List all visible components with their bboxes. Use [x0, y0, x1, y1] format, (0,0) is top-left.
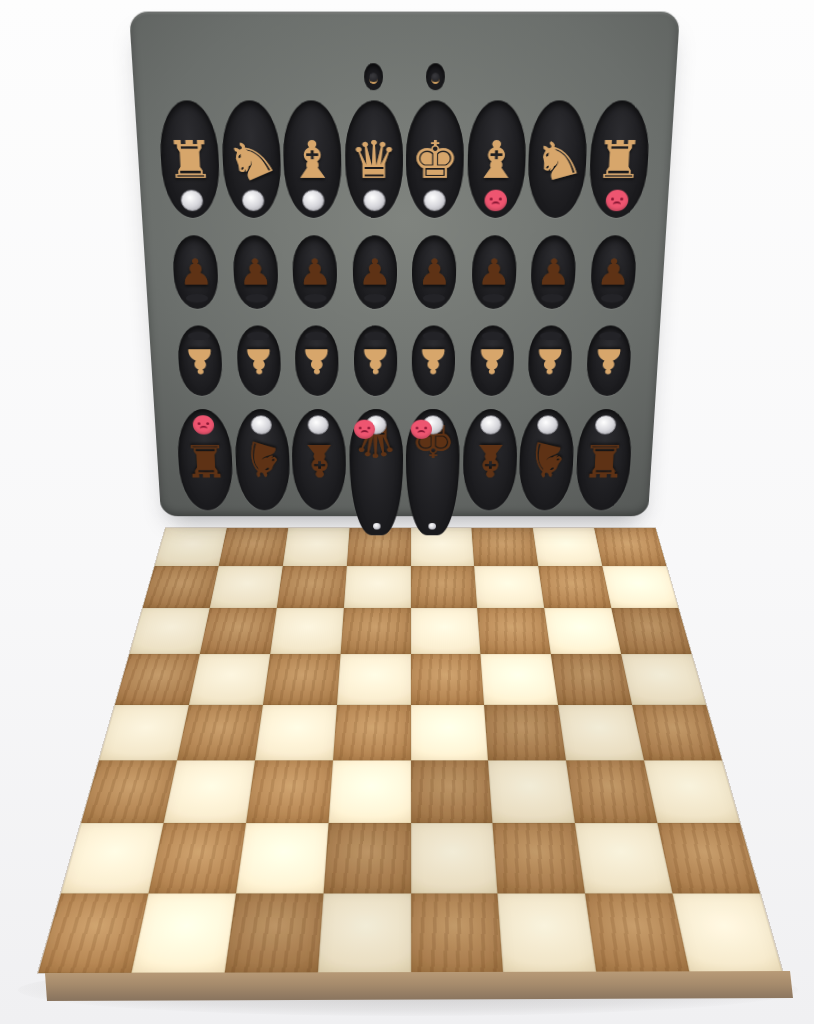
- silver-sticker: [424, 190, 447, 211]
- light-rook-slot: ♜: [588, 100, 652, 218]
- foam-cutout: ♝: [462, 409, 518, 510]
- dark-rook[interactable]: ♜: [580, 438, 627, 483]
- board-square[interactable]: [594, 528, 666, 566]
- dark-pawn[interactable]: ♟: [417, 254, 451, 290]
- dark-sticker: [599, 332, 621, 340]
- board-square[interactable]: [328, 761, 410, 824]
- red-sticker: [192, 415, 214, 434]
- dark-pawn-slot: ♟: [584, 235, 644, 309]
- foam-cutout: ♝: [467, 100, 527, 218]
- silver-sticker: [594, 415, 616, 434]
- light-knight[interactable]: ♞: [218, 127, 285, 193]
- dark-pawn-slot: ♟: [346, 235, 403, 309]
- red-sticker: [605, 190, 629, 211]
- board-square[interactable]: [246, 761, 333, 824]
- chess-board: [38, 528, 783, 973]
- board-square[interactable]: [189, 654, 270, 705]
- board-square[interactable]: [411, 823, 498, 893]
- board-square[interactable]: [219, 528, 288, 566]
- board-square[interactable]: [477, 608, 551, 654]
- foam-cutout: ♞: [527, 100, 589, 218]
- board-square[interactable]: [210, 566, 283, 608]
- board-square[interactable]: [411, 761, 493, 824]
- board-square[interactable]: [575, 823, 672, 893]
- board-square[interactable]: [538, 566, 611, 608]
- light-bishop[interactable]: ♝: [288, 134, 337, 186]
- dark-queen-slot: ♛: [349, 409, 403, 535]
- board-square[interactable]: [200, 608, 277, 654]
- foam-cutout: ♛: [344, 100, 403, 218]
- dark-knight[interactable]: ♞: [234, 433, 291, 488]
- board-square[interactable]: [38, 894, 148, 973]
- dark-sticker: [305, 332, 327, 340]
- foam-cutout: ♛: [349, 409, 403, 535]
- board-square[interactable]: [566, 761, 657, 824]
- light-pawn[interactable]: ♟: [417, 344, 451, 378]
- light-bishop-slot: ♝: [467, 100, 527, 218]
- board-square[interactable]: [411, 705, 489, 761]
- light-pawn[interactable]: ♟: [183, 344, 218, 378]
- dark-sticker: [364, 294, 386, 302]
- light-bishop-slot: ♝: [282, 100, 342, 218]
- board-square[interactable]: [632, 705, 722, 761]
- light-rook[interactable]: ♜: [594, 134, 645, 186]
- dark-sticker: [364, 332, 386, 340]
- dark-pawn-slot: ♟: [226, 235, 285, 309]
- foam-cutout: ♟: [530, 235, 577, 309]
- dark-pawn-slot: ♟: [165, 235, 225, 309]
- finial-hole: [426, 63, 445, 90]
- board-square[interactable]: [658, 823, 760, 893]
- silver-sticker: [537, 415, 559, 434]
- light-queen-slot: ♛: [344, 100, 403, 218]
- board-square[interactable]: [115, 654, 200, 705]
- foam-cutout: ♝: [291, 409, 347, 510]
- light-pawn-slot: ♟: [406, 325, 461, 395]
- board-square[interactable]: [585, 894, 689, 973]
- board-square[interactable]: [644, 761, 740, 824]
- board-square[interactable]: [474, 566, 544, 608]
- foam-cutout: ♚: [406, 409, 460, 535]
- silver-sticker: [480, 415, 502, 434]
- piece-tray: ♜♞♝♛♚♝♞♜♟♟♟♟♟♟♟♟♟♟♟♟♟♟♟♟♜♞♝♛♚♝♞♜: [129, 12, 680, 517]
- board-square[interactable]: [333, 705, 411, 761]
- board-square[interactable]: [493, 823, 585, 893]
- light-pawn-slot: ♟: [464, 325, 520, 395]
- board-square[interactable]: [270, 608, 344, 654]
- dark-bishop[interactable]: ♝: [296, 438, 342, 483]
- board-square[interactable]: [411, 566, 478, 608]
- foam-cutout: ♜: [176, 409, 235, 510]
- dark-king-slot: ♚: [406, 409, 460, 535]
- light-pawn-slot: ♟: [347, 325, 402, 395]
- board-square[interactable]: [277, 566, 347, 608]
- board-square[interactable]: [411, 608, 481, 654]
- light-pawn-slot: ♟: [171, 325, 229, 395]
- light-pawn-slot: ♟: [230, 325, 287, 395]
- dark-pawn[interactable]: ♟: [536, 254, 571, 290]
- light-pawn-slot: ♟: [580, 325, 638, 395]
- board-square[interactable]: [155, 528, 227, 566]
- board-square[interactable]: [472, 528, 539, 566]
- foam-cutout: ♟: [294, 325, 339, 395]
- tray-row-dark-pawns: ♟♟♟♟♟♟♟♟: [165, 231, 644, 314]
- foam-cutout: ♞: [233, 409, 290, 510]
- foam-cutout: ♝: [282, 100, 342, 218]
- board-square[interactable]: [411, 894, 504, 973]
- tray-row-dark-major-pieces: ♜♞♝♛♚♝♞♜: [176, 409, 634, 514]
- board-square[interactable]: [481, 654, 558, 705]
- board-square[interactable]: [602, 566, 678, 608]
- foam-cutout: ♜: [158, 100, 222, 218]
- board-square[interactable]: [544, 608, 621, 654]
- light-pawn[interactable]: ♟: [475, 344, 509, 378]
- dark-sticker: [482, 294, 504, 302]
- board-square[interactable]: [344, 566, 411, 608]
- dark-knight-slot: ♞: [519, 409, 576, 510]
- foam-cutout: ♟: [292, 235, 338, 309]
- board-square[interactable]: [61, 823, 163, 893]
- light-pawn-slot: ♟: [522, 325, 579, 395]
- foam-cutout: ♟: [352, 235, 397, 309]
- silver-sticker: [180, 190, 204, 211]
- board-square[interactable]: [283, 528, 350, 566]
- dark-bishop-slot: ♝: [291, 409, 347, 510]
- silver-sticker: [241, 190, 264, 211]
- board-square[interactable]: [558, 705, 644, 761]
- dark-sticker: [601, 294, 623, 302]
- light-knight-slot: ♞: [220, 100, 282, 218]
- board-square[interactable]: [323, 823, 410, 893]
- board-square[interactable]: [148, 823, 245, 893]
- light-pawn[interactable]: ♟: [241, 344, 276, 378]
- board-square[interactable]: [99, 705, 189, 761]
- dark-sticker: [540, 332, 562, 340]
- board-square[interactable]: [551, 654, 632, 705]
- board-square[interactable]: [236, 823, 328, 893]
- red-sticker: [484, 190, 507, 211]
- dark-knight[interactable]: ♞: [519, 434, 575, 487]
- tray-row-light-pawns: ♟♟♟♟♟♟♟♟: [170, 321, 638, 400]
- finial-hole: [364, 63, 383, 90]
- foam-cutout: ♜: [575, 409, 634, 510]
- board-square[interactable]: [498, 894, 597, 973]
- dark-sticker: [542, 294, 564, 302]
- foam-cutout: ♟: [412, 325, 456, 395]
- board-square[interactable]: [255, 705, 337, 761]
- foam-cutout: ♟: [470, 325, 515, 395]
- board-square[interactable]: [177, 705, 263, 761]
- dark-sticker: [423, 332, 445, 340]
- board-square[interactable]: [411, 654, 485, 705]
- board-square[interactable]: [129, 608, 209, 654]
- silver-sticker: [250, 415, 272, 434]
- foam-cutout: ♟: [586, 325, 633, 395]
- dark-pawn-slot: ♟: [465, 235, 523, 309]
- light-pawn[interactable]: ♟: [358, 344, 392, 378]
- silver-sticker: [302, 190, 325, 211]
- board-square[interactable]: [337, 654, 411, 705]
- board-square[interactable]: [611, 608, 691, 654]
- board-square[interactable]: [263, 654, 340, 705]
- dark-sticker: [423, 294, 445, 302]
- tray-row-light-major-pieces: ♜♞♝♛♚♝♞♜: [157, 95, 651, 222]
- board-square[interactable]: [673, 894, 783, 973]
- light-knight[interactable]: ♞: [528, 129, 588, 192]
- foam-cutout: ♟: [590, 235, 638, 309]
- dark-rook[interactable]: ♜: [182, 438, 229, 483]
- dark-pawn[interactable]: ♟: [477, 254, 512, 290]
- foam-cutout: ♟: [235, 325, 281, 395]
- dark-pawn[interactable]: ♟: [237, 254, 272, 290]
- board-square[interactable]: [533, 528, 602, 566]
- board-square[interactable]: [488, 761, 575, 824]
- dark-sticker: [247, 332, 269, 340]
- foam-cutout: ♟: [177, 325, 224, 395]
- board-square[interactable]: [621, 654, 706, 705]
- foam-cutout: ♟: [528, 325, 574, 395]
- dark-pawn-slot: ♟: [406, 235, 463, 309]
- light-rook[interactable]: ♜: [164, 134, 215, 186]
- board-square[interactable]: [81, 761, 177, 824]
- board-square[interactable]: [317, 894, 410, 973]
- foam-cutout: ♚: [406, 100, 465, 218]
- light-rook-slot: ♜: [158, 100, 222, 218]
- light-pawn[interactable]: ♟: [533, 344, 568, 378]
- board-front-edge: [36, 969, 798, 1003]
- light-pawn-slot: ♟: [288, 325, 344, 395]
- board-square[interactable]: [131, 894, 235, 973]
- dark-pawn-slot: ♟: [286, 235, 344, 309]
- board-squares: [38, 528, 783, 973]
- dark-bishop[interactable]: ♝: [467, 438, 513, 483]
- red-sticker: [354, 420, 375, 439]
- board-square[interactable]: [224, 894, 323, 973]
- foam-cutout: ♟: [171, 235, 219, 309]
- board-square[interactable]: [484, 705, 566, 761]
- tray-rows: ♜♞♝♛♚♝♞♜♟♟♟♟♟♟♟♟♟♟♟♟♟♟♟♟♜♞♝♛♚♝♞♜: [152, 12, 656, 514]
- product-photo-scene: ♜♞♝♛♚♝♞♜♟♟♟♟♟♟♟♟♟♟♟♟♟♟♟♟♜♞♝♛♚♝♞♜: [0, 0, 814, 1024]
- dark-sticker: [188, 332, 210, 340]
- dark-sticker: [186, 294, 208, 302]
- light-king-slot: ♚: [406, 100, 465, 218]
- dark-pawn[interactable]: ♟: [178, 254, 214, 290]
- dark-knight-slot: ♞: [233, 409, 290, 510]
- red-sticker: [411, 420, 432, 439]
- dark-sticker: [245, 294, 267, 302]
- foam-cutout: ♟: [471, 235, 517, 309]
- board-square[interactable]: [143, 566, 219, 608]
- dark-sticker: [304, 294, 326, 302]
- foam-cutout: ♜: [588, 100, 652, 218]
- dark-pawn[interactable]: ♟: [297, 254, 332, 290]
- foam-cutout: ♟: [412, 235, 457, 309]
- dark-bishop-slot: ♝: [462, 409, 518, 510]
- board-square[interactable]: [163, 761, 254, 824]
- foam-cutout: ♟: [232, 235, 279, 309]
- dark-rook-slot: ♜: [575, 409, 634, 510]
- light-king[interactable]: ♚: [411, 134, 459, 186]
- foam-cutout: ♞: [220, 100, 282, 218]
- foam-cutout: ♟: [353, 325, 397, 395]
- light-knight-slot: ♞: [527, 100, 589, 218]
- silver-sticker: [307, 415, 329, 434]
- foam-cutout: ♞: [519, 409, 576, 510]
- light-queen[interactable]: ♛: [349, 134, 397, 186]
- light-pawn[interactable]: ♟: [591, 344, 626, 378]
- dark-sticker: [482, 332, 504, 340]
- dark-pawn[interactable]: ♟: [595, 254, 631, 290]
- dark-pawn[interactable]: ♟: [357, 254, 391, 290]
- dark-rook-slot: ♜: [176, 409, 235, 510]
- light-pawn[interactable]: ♟: [300, 344, 334, 378]
- dark-pawn-slot: ♟: [525, 235, 584, 309]
- board-square[interactable]: [340, 608, 410, 654]
- light-bishop[interactable]: ♝: [472, 134, 521, 186]
- silver-sticker: [363, 190, 386, 211]
